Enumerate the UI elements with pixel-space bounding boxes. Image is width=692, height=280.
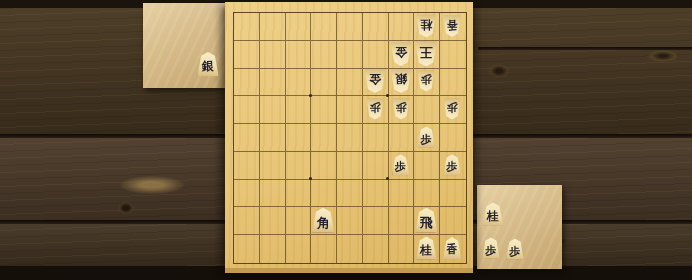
star-point	[309, 94, 312, 97]
square-2g[interactable]	[414, 180, 440, 208]
square-9b[interactable]	[234, 41, 260, 69]
square-7d[interactable]	[286, 96, 312, 124]
piece-kanji: 歩	[395, 102, 406, 113]
square-6i[interactable]	[311, 235, 337, 263]
square-1g[interactable]	[440, 180, 466, 208]
piece-kanji: 香	[447, 244, 458, 255]
piece-kanji: 金	[369, 74, 381, 86]
shogi-photo-scene: 香桂王金歩銀金歩歩歩歩歩歩角飛桂香桂歩歩銀	[0, 0, 692, 280]
square-7c[interactable]	[286, 69, 312, 97]
square-7i[interactable]	[286, 235, 312, 263]
piece-kanji: 金	[395, 46, 407, 58]
piece-kanji: 角	[317, 215, 330, 228]
square-8i[interactable]	[260, 235, 286, 263]
square-9a[interactable]	[234, 13, 260, 41]
star-point	[309, 177, 312, 180]
square-8f[interactable]	[260, 152, 286, 180]
square-5d[interactable]	[337, 96, 363, 124]
square-3h[interactable]	[389, 207, 415, 235]
square-7g[interactable]	[286, 180, 312, 208]
square-6f[interactable]	[311, 152, 337, 180]
piece-kanji: 歩	[447, 161, 458, 172]
square-4e[interactable]	[363, 124, 389, 152]
piece-kanji: 歩	[395, 161, 406, 172]
square-2f[interactable]	[414, 152, 440, 180]
square-9c[interactable]	[234, 69, 260, 97]
square-7b[interactable]	[286, 41, 312, 69]
square-3e[interactable]	[389, 124, 415, 152]
square-7e[interactable]	[286, 124, 312, 152]
square-3i[interactable]	[389, 235, 415, 263]
square-1h[interactable]	[440, 207, 466, 235]
square-6d[interactable]	[311, 96, 337, 124]
square-5f[interactable]	[337, 152, 363, 180]
piece-kanji: 桂	[420, 18, 432, 30]
square-6b[interactable]	[311, 41, 337, 69]
piece-kanji: 歩	[486, 244, 497, 255]
square-5h[interactable]	[337, 207, 363, 235]
piece-kanji: 歩	[510, 245, 521, 256]
piece-kanji: 銀	[202, 60, 214, 72]
square-4h[interactable]	[363, 207, 389, 235]
square-6c[interactable]	[311, 69, 337, 97]
wood-knot	[118, 202, 134, 214]
square-7f[interactable]	[286, 152, 312, 180]
square-8b[interactable]	[260, 41, 286, 69]
square-9g[interactable]	[234, 180, 260, 208]
square-1c[interactable]	[440, 69, 466, 97]
wood-knot	[488, 64, 510, 78]
square-4a[interactable]	[363, 13, 389, 41]
square-5g[interactable]	[337, 180, 363, 208]
piece-kanji: 桂	[487, 210, 499, 222]
piece-kanji: 歩	[447, 102, 458, 113]
square-8h[interactable]	[260, 207, 286, 235]
star-point	[386, 94, 389, 97]
square-7h[interactable]	[286, 207, 312, 235]
piece-kanji: 香	[447, 19, 458, 30]
square-5a[interactable]	[337, 13, 363, 41]
square-6g[interactable]	[311, 180, 337, 208]
piece-kanji: 王	[420, 46, 433, 59]
square-7a[interactable]	[286, 13, 312, 41]
piece-kanji: 飛	[420, 215, 433, 228]
square-3a[interactable]	[389, 13, 415, 41]
square-5i[interactable]	[337, 235, 363, 263]
square-6e[interactable]	[311, 124, 337, 152]
square-1e[interactable]	[440, 124, 466, 152]
piece-kanji: 歩	[369, 102, 380, 113]
square-8d[interactable]	[260, 96, 286, 124]
square-9h[interactable]	[234, 207, 260, 235]
square-5e[interactable]	[337, 124, 363, 152]
piece-kanji: 桂	[420, 244, 432, 256]
square-2d[interactable]	[414, 96, 440, 124]
square-4g[interactable]	[363, 180, 389, 208]
square-9f[interactable]	[234, 152, 260, 180]
square-4i[interactable]	[363, 235, 389, 263]
square-5c[interactable]	[337, 69, 363, 97]
square-1b[interactable]	[440, 41, 466, 69]
wood-knot	[648, 50, 678, 62]
wood-knot	[120, 176, 184, 194]
square-9i[interactable]	[234, 235, 260, 263]
piece-kanji: 歩	[421, 74, 432, 85]
piece-kanji: 銀	[395, 74, 407, 86]
square-6a[interactable]	[311, 13, 337, 41]
square-8c[interactable]	[260, 69, 286, 97]
square-9d[interactable]	[234, 96, 260, 124]
square-5b[interactable]	[337, 41, 363, 69]
square-9e[interactable]	[234, 124, 260, 152]
square-8a[interactable]	[260, 13, 286, 41]
square-3g[interactable]	[389, 180, 415, 208]
square-4b[interactable]	[363, 41, 389, 69]
square-4f[interactable]	[363, 152, 389, 180]
piece-kanji: 歩	[421, 133, 432, 144]
square-8e[interactable]	[260, 124, 286, 152]
square-8g[interactable]	[260, 180, 286, 208]
